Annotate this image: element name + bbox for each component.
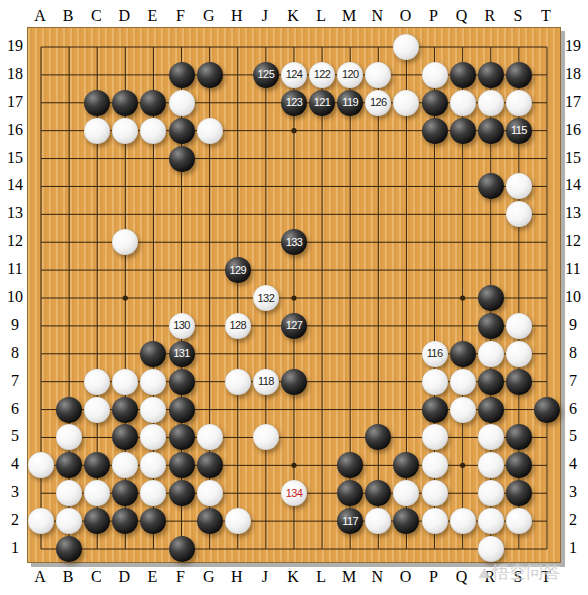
move-number-124: 124 xyxy=(286,69,303,80)
row-label-left-10: 10 xyxy=(3,288,27,306)
row-label-right-18: 18 xyxy=(561,65,585,83)
col-label-top-M: M xyxy=(337,7,361,25)
stone-Q6 xyxy=(450,397,476,423)
move-number-129: 129 xyxy=(229,265,246,276)
row-label-left-9: 9 xyxy=(3,316,27,334)
move-number-118: 118 xyxy=(258,376,274,387)
col-label-top-L: L xyxy=(309,7,333,25)
stone-K7 xyxy=(281,369,307,395)
watermark-text: 悟空问答 xyxy=(493,562,561,582)
stone-S2 xyxy=(506,508,532,534)
stone-C7 xyxy=(84,369,110,395)
stone-J18: 125 xyxy=(253,62,279,88)
stone-E16 xyxy=(140,118,166,144)
col-label-top-D: D xyxy=(112,7,136,25)
move-number-123: 123 xyxy=(286,97,303,108)
row-label-right-16: 16 xyxy=(561,121,585,139)
stone-K17: 123 xyxy=(281,90,307,116)
stone-R9 xyxy=(478,313,504,339)
stone-Q7 xyxy=(450,369,476,395)
move-number-133: 133 xyxy=(286,237,303,248)
row-label-left-14: 14 xyxy=(3,176,27,194)
row-label-left-8: 8 xyxy=(3,344,27,362)
stone-K18: 124 xyxy=(281,62,307,88)
row-label-left-13: 13 xyxy=(3,204,27,222)
stone-S3 xyxy=(506,480,532,506)
stone-F18 xyxy=(169,62,195,88)
stone-A2 xyxy=(28,508,54,534)
go-board: 1251241221201231211191261151331291321301… xyxy=(27,27,561,563)
stone-P6 xyxy=(422,397,448,423)
stone-R4 xyxy=(478,452,504,478)
stone-S9 xyxy=(506,313,532,339)
col-label-bottom-B: B xyxy=(56,568,80,586)
stone-N18 xyxy=(365,62,391,88)
move-number-134: 134 xyxy=(286,488,303,499)
stone-R8 xyxy=(478,341,504,367)
move-number-121: 121 xyxy=(314,97,331,108)
stone-R16 xyxy=(478,118,504,144)
col-label-top-H: H xyxy=(225,7,249,25)
stone-G3 xyxy=(197,480,223,506)
stone-Q8 xyxy=(450,341,476,367)
row-label-right-15: 15 xyxy=(561,149,585,167)
stone-G18 xyxy=(197,62,223,88)
row-label-right-10: 10 xyxy=(561,288,585,306)
stone-S18 xyxy=(506,62,532,88)
row-label-right-7: 7 xyxy=(561,372,585,390)
col-label-top-B: B xyxy=(56,7,80,25)
watermark-logo-icon: ⛰ xyxy=(478,564,491,582)
stone-C17 xyxy=(84,90,110,116)
row-label-right-9: 9 xyxy=(561,316,585,334)
row-label-left-16: 16 xyxy=(3,121,27,139)
stone-T6 xyxy=(534,397,560,423)
row-label-left-11: 11 xyxy=(3,260,27,278)
col-label-bottom-C: C xyxy=(84,568,108,586)
move-number-120: 120 xyxy=(342,69,359,80)
stone-F16 xyxy=(169,118,195,144)
stone-G4 xyxy=(197,452,223,478)
stone-N17: 126 xyxy=(365,90,391,116)
stone-D17 xyxy=(112,90,138,116)
stone-G5 xyxy=(197,424,223,450)
row-label-left-19: 19 xyxy=(3,37,27,55)
stone-G16 xyxy=(197,118,223,144)
move-number-115: 115 xyxy=(511,125,527,136)
stone-B1 xyxy=(56,536,82,562)
col-label-top-J: J xyxy=(253,7,277,25)
col-label-top-Q: Q xyxy=(450,7,474,25)
stone-H2 xyxy=(225,508,251,534)
row-label-left-5: 5 xyxy=(3,427,27,445)
col-label-bottom-N: N xyxy=(365,568,389,586)
row-label-right-13: 13 xyxy=(561,204,585,222)
col-label-bottom-D: D xyxy=(112,568,136,586)
stone-P8: 116 xyxy=(422,341,448,367)
move-number-122: 122 xyxy=(314,69,331,80)
row-label-right-6: 6 xyxy=(561,400,585,418)
stone-G2 xyxy=(197,508,223,534)
col-label-top-E: E xyxy=(140,7,164,25)
col-label-bottom-K: K xyxy=(281,568,305,586)
stone-F15 xyxy=(169,146,195,172)
stone-D6 xyxy=(112,397,138,423)
col-label-bottom-P: P xyxy=(422,568,446,586)
col-label-top-P: P xyxy=(422,7,446,25)
row-label-left-4: 4 xyxy=(3,455,27,473)
col-label-top-F: F xyxy=(169,7,193,25)
row-label-right-11: 11 xyxy=(561,260,585,278)
row-label-right-2: 2 xyxy=(561,511,585,529)
col-label-top-R: R xyxy=(478,7,502,25)
row-label-left-6: 6 xyxy=(3,400,27,418)
stone-L18: 122 xyxy=(309,62,335,88)
stone-P7 xyxy=(422,369,448,395)
stone-R7 xyxy=(478,369,504,395)
stone-S13 xyxy=(506,201,532,227)
star-point-K4 xyxy=(291,463,296,468)
stone-R2 xyxy=(478,508,504,534)
star-point-Q10 xyxy=(460,295,465,300)
col-label-top-O: O xyxy=(393,7,417,25)
row-label-left-18: 18 xyxy=(3,65,27,83)
move-number-128: 128 xyxy=(229,320,246,331)
go-diagram: 1251241221201231211191261151331291321301… xyxy=(0,0,588,595)
stone-F9: 130 xyxy=(169,313,195,339)
stone-K9: 127 xyxy=(281,313,307,339)
row-label-right-8: 8 xyxy=(561,344,585,362)
stone-Q18 xyxy=(450,62,476,88)
col-label-top-C: C xyxy=(84,7,108,25)
stone-F3 xyxy=(169,480,195,506)
row-label-right-19: 19 xyxy=(561,37,585,55)
stone-F4 xyxy=(169,452,195,478)
move-number-119: 119 xyxy=(342,97,358,108)
col-label-bottom-E: E xyxy=(140,568,164,586)
stone-Q2 xyxy=(450,508,476,534)
col-label-bottom-F: F xyxy=(169,568,193,586)
stone-B6 xyxy=(56,397,82,423)
stone-Q17 xyxy=(450,90,476,116)
stone-F6 xyxy=(169,397,195,423)
stone-P18 xyxy=(422,62,448,88)
move-number-117: 117 xyxy=(342,516,358,527)
move-number-126: 126 xyxy=(370,97,387,108)
star-point-Q4 xyxy=(460,463,465,468)
row-label-right-1: 1 xyxy=(561,539,585,557)
stone-R17 xyxy=(478,90,504,116)
col-label-bottom-A: A xyxy=(28,568,52,586)
stone-R3 xyxy=(478,480,504,506)
stone-P4 xyxy=(422,452,448,478)
row-label-left-17: 17 xyxy=(3,93,27,111)
col-label-bottom-G: G xyxy=(197,568,221,586)
stone-P17 xyxy=(422,90,448,116)
stone-D7 xyxy=(112,369,138,395)
row-label-left-7: 7 xyxy=(3,372,27,390)
row-label-right-12: 12 xyxy=(561,232,585,250)
row-label-left-15: 15 xyxy=(3,149,27,167)
col-label-bottom-L: L xyxy=(309,568,333,586)
col-label-top-G: G xyxy=(197,7,221,25)
stone-S7 xyxy=(506,369,532,395)
move-number-127: 127 xyxy=(286,320,303,331)
row-label-left-3: 3 xyxy=(3,483,27,501)
stone-E6 xyxy=(140,397,166,423)
stone-L17: 121 xyxy=(309,90,335,116)
row-label-right-14: 14 xyxy=(561,176,585,194)
row-label-left-2: 2 xyxy=(3,511,27,529)
stone-H7 xyxy=(225,369,251,395)
stone-R10 xyxy=(478,285,504,311)
stone-P2 xyxy=(422,508,448,534)
col-label-bottom-J: J xyxy=(253,568,277,586)
stone-P5 xyxy=(422,424,448,450)
stone-S17 xyxy=(506,90,532,116)
row-label-right-17: 17 xyxy=(561,93,585,111)
stone-D16 xyxy=(112,118,138,144)
stone-F1 xyxy=(169,536,195,562)
stone-R6 xyxy=(478,397,504,423)
row-label-right-4: 4 xyxy=(561,455,585,473)
stone-J10: 132 xyxy=(253,285,279,311)
row-label-left-1: 1 xyxy=(3,539,27,557)
watermark: ⛰悟空问答 xyxy=(478,557,588,587)
col-label-top-T: T xyxy=(534,7,558,25)
star-point-K16 xyxy=(291,128,296,133)
move-number-132: 132 xyxy=(258,293,275,304)
move-number-130: 130 xyxy=(173,320,190,331)
stone-C16 xyxy=(84,118,110,144)
stone-P16 xyxy=(422,118,448,144)
star-point-D10 xyxy=(123,295,128,300)
move-number-131: 131 xyxy=(173,348,190,359)
col-label-bottom-M: M xyxy=(337,568,361,586)
stone-Q16 xyxy=(450,118,476,144)
row-label-left-12: 12 xyxy=(3,232,27,250)
stone-M17: 119 xyxy=(337,90,363,116)
stone-M18: 120 xyxy=(337,62,363,88)
stone-S8 xyxy=(506,341,532,367)
row-label-right-5: 5 xyxy=(561,427,585,445)
col-label-top-N: N xyxy=(365,7,389,25)
stone-F7 xyxy=(169,369,195,395)
col-label-top-S: S xyxy=(506,7,530,25)
stone-C6 xyxy=(84,397,110,423)
col-label-top-K: K xyxy=(281,7,305,25)
col-label-bottom-H: H xyxy=(225,568,249,586)
col-label-bottom-Q: Q xyxy=(450,568,474,586)
row-label-right-3: 3 xyxy=(561,483,585,501)
stone-J7: 118 xyxy=(253,369,279,395)
col-label-top-A: A xyxy=(28,7,52,25)
stone-E7 xyxy=(140,369,166,395)
stone-H11: 129 xyxy=(225,257,251,283)
stone-S16: 115 xyxy=(506,118,532,144)
stone-P3 xyxy=(422,480,448,506)
stone-R18 xyxy=(478,62,504,88)
star-point-K10 xyxy=(291,295,296,300)
move-number-116: 116 xyxy=(427,348,443,359)
stone-F17 xyxy=(169,90,195,116)
stone-F5 xyxy=(169,424,195,450)
stone-H9: 128 xyxy=(225,313,251,339)
col-label-bottom-O: O xyxy=(393,568,417,586)
move-number-125: 125 xyxy=(258,69,275,80)
stone-F8: 131 xyxy=(169,341,195,367)
